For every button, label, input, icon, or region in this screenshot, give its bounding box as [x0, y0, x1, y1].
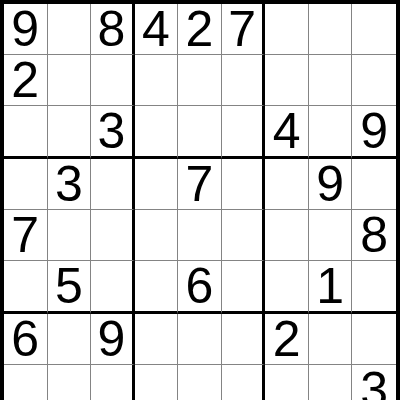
sudoku-cell-r2c6[interactable]: [222, 55, 266, 106]
sudoku-cell-r1c7[interactable]: [265, 4, 309, 55]
sudoku-cell-r5c5[interactable]: [178, 210, 222, 261]
sudoku-cell-r5c1[interactable]: 7: [4, 210, 48, 261]
sudoku-cell-r7c3[interactable]: 9: [91, 314, 135, 365]
sudoku-cell-r3c7[interactable]: 4: [265, 106, 309, 159]
sudoku-cell-r6c7[interactable]: [265, 261, 309, 314]
sudoku-cell-r5c2[interactable]: [48, 210, 92, 261]
sudoku-cell-r4c4[interactable]: [135, 159, 179, 210]
sudoku-cell-r8c4[interactable]: [135, 365, 179, 400]
sudoku-cell-r8c1[interactable]: [4, 365, 48, 400]
sudoku-cell-r2c4[interactable]: [135, 55, 179, 106]
sudoku-cell-r5c9[interactable]: 8: [352, 210, 396, 261]
sudoku-cell-r1c9[interactable]: [352, 4, 396, 55]
sudoku-cell-r6c9[interactable]: [352, 261, 396, 314]
sudoku-cell-r8c3[interactable]: [91, 365, 135, 400]
sudoku-cell-r7c4[interactable]: [135, 314, 179, 365]
sudoku-cell-r4c5[interactable]: 7: [178, 159, 222, 210]
sudoku-board: 98427234937978561692398156: [0, 0, 400, 400]
sudoku-cell-r7c9[interactable]: [352, 314, 396, 365]
sudoku-cell-r1c1[interactable]: 9: [4, 4, 48, 55]
sudoku-cell-r1c5[interactable]: 2: [178, 4, 222, 55]
sudoku-cell-r4c8[interactable]: 9: [309, 159, 353, 210]
sudoku-cell-r6c6[interactable]: [222, 261, 266, 314]
sudoku-cell-r1c3[interactable]: 8: [91, 4, 135, 55]
sudoku-cell-r6c1[interactable]: [4, 261, 48, 314]
sudoku-cell-r6c4[interactable]: [135, 261, 179, 314]
sudoku-cell-r8c8[interactable]: [309, 365, 353, 400]
sudoku-cell-r8c6[interactable]: [222, 365, 266, 400]
sudoku-cell-r1c2[interactable]: [48, 4, 92, 55]
sudoku-cell-r3c8[interactable]: [309, 106, 353, 159]
sudoku-cell-r2c8[interactable]: [309, 55, 353, 106]
sudoku-cell-r3c6[interactable]: [222, 106, 266, 159]
sudoku-cell-r2c5[interactable]: [178, 55, 222, 106]
sudoku-cell-r8c9[interactable]: 3: [352, 365, 396, 400]
sudoku-cell-r5c8[interactable]: [309, 210, 353, 261]
sudoku-cell-r4c7[interactable]: [265, 159, 309, 210]
sudoku-cell-r4c3[interactable]: [91, 159, 135, 210]
sudoku-cell-r2c1[interactable]: 2: [4, 55, 48, 106]
sudoku-cell-r7c8[interactable]: [309, 314, 353, 365]
sudoku-cell-r7c1[interactable]: 6: [4, 314, 48, 365]
sudoku-cell-r7c2[interactable]: [48, 314, 92, 365]
sudoku-cell-r3c1[interactable]: [4, 106, 48, 159]
sudoku-cell-r1c6[interactable]: 7: [222, 4, 266, 55]
sudoku-cell-r1c8[interactable]: [309, 4, 353, 55]
sudoku-cell-r3c3[interactable]: 3: [91, 106, 135, 159]
sudoku-cell-r6c8[interactable]: 1: [309, 261, 353, 314]
sudoku-cell-r5c3[interactable]: [91, 210, 135, 261]
sudoku-cell-r8c2[interactable]: [48, 365, 92, 400]
sudoku-cell-r6c3[interactable]: [91, 261, 135, 314]
sudoku-cell-r8c7[interactable]: [265, 365, 309, 400]
sudoku-cell-r1c4[interactable]: 4: [135, 4, 179, 55]
sudoku-cell-r2c3[interactable]: [91, 55, 135, 106]
sudoku-cell-r3c9[interactable]: 9: [352, 106, 396, 159]
sudoku-cell-r5c7[interactable]: [265, 210, 309, 261]
sudoku-cell-r3c2[interactable]: [48, 106, 92, 159]
sudoku-cell-r5c4[interactable]: [135, 210, 179, 261]
sudoku-cell-r2c2[interactable]: [48, 55, 92, 106]
sudoku-cell-r3c4[interactable]: [135, 106, 179, 159]
sudoku-cell-r4c6[interactable]: [222, 159, 266, 210]
sudoku-cell-r4c1[interactable]: [4, 159, 48, 210]
sudoku-cell-r7c5[interactable]: [178, 314, 222, 365]
sudoku-cell-r4c9[interactable]: [352, 159, 396, 210]
sudoku-cell-r7c6[interactable]: [222, 314, 266, 365]
sudoku-cell-r6c5[interactable]: 6: [178, 261, 222, 314]
sudoku-cell-r2c9[interactable]: [352, 55, 396, 106]
sudoku-cell-r3c5[interactable]: [178, 106, 222, 159]
sudoku-cell-r5c6[interactable]: [222, 210, 266, 261]
sudoku-cell-r7c7[interactable]: 2: [265, 314, 309, 365]
sudoku-cell-r4c2[interactable]: 3: [48, 159, 92, 210]
sudoku-cell-r8c5[interactable]: [178, 365, 222, 400]
sudoku-cell-r2c7[interactable]: [265, 55, 309, 106]
sudoku-cell-r6c2[interactable]: 5: [48, 261, 92, 314]
